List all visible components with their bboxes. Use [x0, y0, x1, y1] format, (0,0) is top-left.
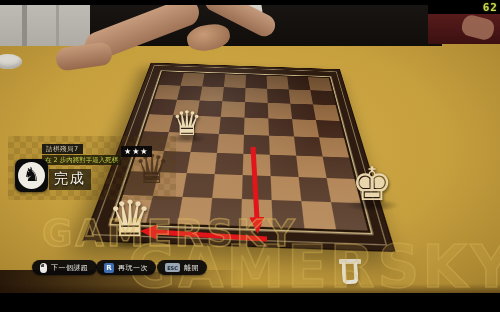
bottom-letterbox-bar [0, 293, 500, 312]
square-d4[interactable] [217, 134, 244, 154]
square-d2[interactable] [212, 174, 242, 199]
square-f3[interactable] [270, 155, 299, 177]
replay-button[interactable]: R 再玩一次 [96, 260, 156, 275]
square-c3[interactable] [187, 152, 217, 174]
square-e3[interactable] [243, 154, 271, 176]
square-f5[interactable] [268, 118, 294, 136]
replay-label: 再玩一次 [118, 263, 148, 273]
square-f2[interactable] [271, 176, 302, 201]
square-f1[interactable] [272, 200, 305, 228]
square-d7[interactable] [222, 87, 245, 102]
star-rating: ★★★ [121, 146, 152, 157]
wall-trim [56, 4, 59, 46]
top-letterbox-bar [0, 0, 500, 5]
white-queen-far[interactable]: ♛ [172, 106, 202, 140]
square-h5[interactable] [316, 120, 344, 138]
square-e8[interactable] [245, 75, 267, 89]
game-screen: ♛♛♚♛ GAMERSKY GAMERSKY 詰棋殘局7 ★★★ 在 2 步內將… [0, 0, 500, 312]
square-e2[interactable] [242, 175, 272, 200]
square-c7[interactable] [200, 86, 224, 101]
square-e7[interactable] [245, 88, 268, 103]
next-puzzle-button[interactable]: 下一個謎題 [32, 260, 97, 275]
square-f8[interactable] [267, 76, 289, 90]
square-e6[interactable] [245, 102, 269, 118]
square-d3[interactable] [215, 153, 244, 175]
next-puzzle-label: 下一個謎題 [51, 263, 89, 273]
square-g3[interactable] [296, 156, 326, 178]
white-queen-near[interactable]: ♛ [108, 194, 153, 244]
square-d5[interactable] [219, 117, 245, 135]
square-g5[interactable] [292, 119, 319, 137]
square-f7[interactable] [267, 89, 290, 104]
square-h8[interactable] [308, 77, 332, 91]
square-g7[interactable] [289, 89, 313, 104]
puzzle-title: 詰棋殘局7 [42, 144, 83, 154]
square-g8[interactable] [287, 77, 310, 91]
square-d6[interactable] [221, 101, 245, 117]
square-e5[interactable] [244, 118, 269, 136]
square-c2[interactable] [183, 173, 215, 198]
square-e1[interactable] [241, 199, 273, 227]
square-b7[interactable] [177, 86, 202, 101]
table-edge-shadow [0, 284, 500, 293]
square-h7[interactable] [310, 90, 335, 105]
square-f6[interactable] [268, 103, 292, 119]
square-c1[interactable] [178, 197, 213, 225]
r-key-icon: R [104, 263, 114, 273]
puzzle-objective: 在 2 步內將對手逼入死棋 [42, 155, 121, 165]
square-f4[interactable] [269, 136, 296, 156]
frame-counter: 62 [470, 1, 498, 14]
wall-trim [22, 4, 27, 46]
square-h6[interactable] [313, 104, 340, 120]
result-badge: ♞ [15, 159, 48, 192]
square-e4[interactable] [243, 135, 269, 155]
esc-key-icon: ESC [165, 263, 180, 272]
board-clasp [341, 262, 358, 285]
square-h4[interactable] [319, 137, 349, 157]
exit-button[interactable]: ESC 離開 [157, 260, 207, 275]
square-d1[interactable] [209, 198, 242, 226]
square-b8[interactable] [181, 73, 205, 87]
exit-label: 離開 [184, 263, 199, 273]
square-h3[interactable] [323, 157, 355, 179]
square-g4[interactable] [294, 137, 323, 157]
knight-badge-ring: ♞ [18, 162, 45, 189]
result-label: 完成 [49, 169, 91, 190]
background-wall [0, 4, 93, 46]
mouse-icon [40, 263, 47, 273]
square-c8[interactable] [202, 74, 225, 88]
square-g6[interactable] [290, 104, 316, 120]
square-d8[interactable] [224, 74, 246, 88]
white-king[interactable]: ♚ [351, 161, 392, 207]
knight-icon: ♞ [23, 165, 40, 184]
